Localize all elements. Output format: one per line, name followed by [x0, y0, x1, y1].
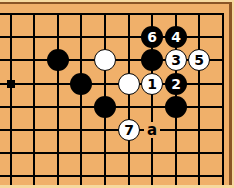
- frame-edge-top-dark: [0, 2, 232, 4]
- stone-white[interactable]: [94, 49, 116, 71]
- grid-line-v-3: [57, 13, 59, 185]
- stone-black-6[interactable]: 6: [141, 26, 163, 48]
- go-diagram: a1234567: [0, 0, 234, 188]
- stone-black[interactable]: [94, 96, 116, 118]
- stone-white-3[interactable]: 3: [165, 49, 187, 71]
- stone-black-2[interactable]: 2: [165, 73, 187, 95]
- star-point: [7, 80, 15, 88]
- grid-line-v-4: [80, 13, 82, 185]
- stone-white-1[interactable]: 1: [141, 73, 163, 95]
- grid-line-v-2: [33, 13, 35, 185]
- grid-line-v-10: [222, 13, 224, 185]
- stone-white-5[interactable]: 5: [188, 49, 210, 71]
- stone-white[interactable]: [118, 73, 140, 95]
- stone-black[interactable]: [165, 96, 187, 118]
- stone-white-7[interactable]: 7: [118, 119, 140, 141]
- stone-black[interactable]: [47, 49, 69, 71]
- go-board[interactable]: a1234567: [0, 0, 234, 188]
- stone-black[interactable]: [70, 73, 92, 95]
- frame-edge-bottom-light: [0, 185, 232, 188]
- grid-line-v-6: [128, 13, 130, 185]
- grid-line-v-9: [198, 13, 200, 185]
- stone-black[interactable]: [141, 49, 163, 71]
- label-a[interactable]: a: [144, 122, 160, 138]
- grid-line-v-1: [10, 13, 12, 185]
- stone-black-4[interactable]: 4: [165, 26, 187, 48]
- frame-edge-right-light: [232, 0, 234, 188]
